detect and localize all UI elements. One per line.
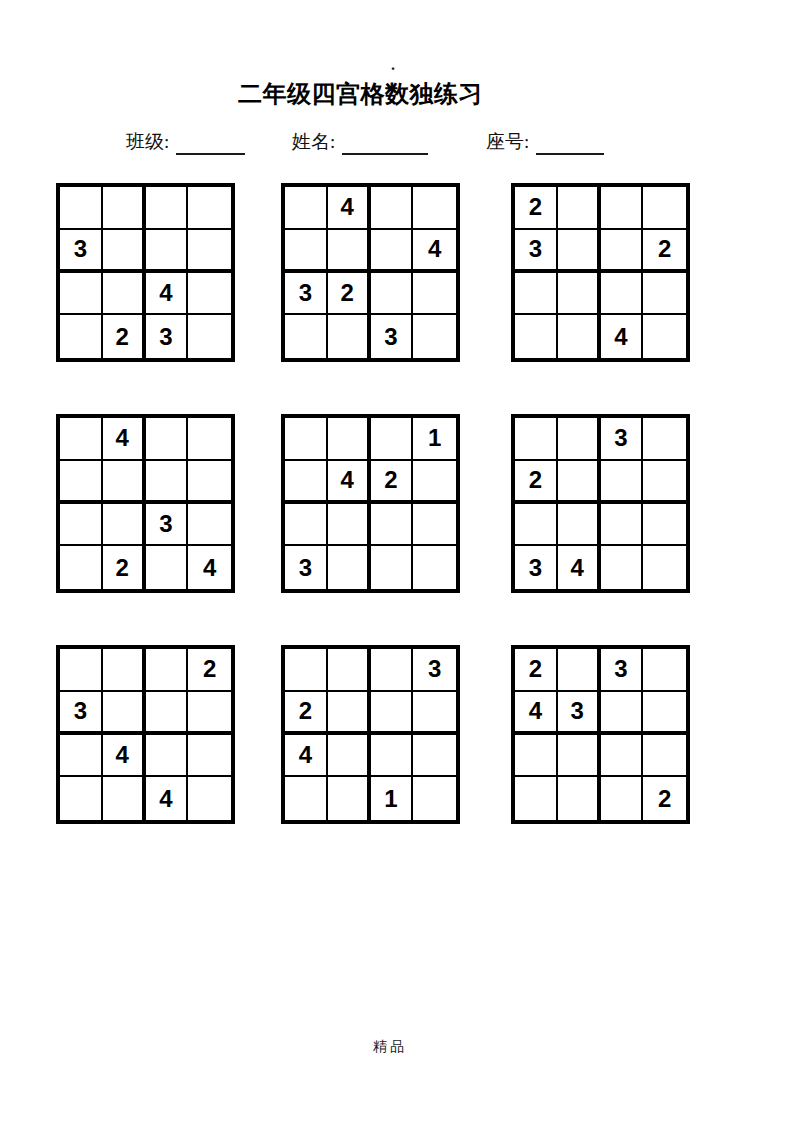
- cell-r4c1: [60, 315, 103, 358]
- cell-r4c2: [103, 777, 146, 820]
- seat-field-label: 座号:: [486, 129, 529, 155]
- cell-r4c4: 2: [643, 777, 686, 820]
- cell-r2c2: 3: [558, 692, 601, 735]
- cell-r3c2: 2: [328, 273, 371, 316]
- page-title: 二年级四宫格数独练习: [238, 78, 483, 110]
- cell-r1c1: [515, 418, 558, 461]
- cell-r3c4: [413, 273, 456, 316]
- cell-r3c3: [371, 273, 414, 316]
- cell-r4c3: 3: [146, 315, 189, 358]
- cell-r3c4: [643, 504, 686, 547]
- cell-r1c1: [60, 187, 103, 230]
- cell-r1c2: [328, 418, 371, 461]
- sudoku-grid-6: 3234: [511, 414, 690, 593]
- cell-r3c1: [60, 735, 103, 778]
- cell-r3c1: [285, 504, 328, 547]
- cell-r4c2: [328, 546, 371, 589]
- cell-r1c4: [643, 418, 686, 461]
- cell-r1c1: [60, 649, 103, 692]
- cell-r2c2: [103, 461, 146, 504]
- cell-r3c3: [601, 735, 644, 778]
- sudoku-grid-9: 23432: [511, 645, 690, 824]
- cell-r1c3: [601, 187, 644, 230]
- cell-r3c4: [643, 735, 686, 778]
- cell-r1c1: [285, 649, 328, 692]
- cell-r4c4: [643, 546, 686, 589]
- cell-r2c3: [601, 692, 644, 735]
- cell-r2c4: [188, 230, 231, 273]
- cell-r1c4: [188, 187, 231, 230]
- cell-r4c1: [60, 777, 103, 820]
- cell-r3c4: [413, 735, 456, 778]
- cell-r1c4: [188, 418, 231, 461]
- sudoku-grid-2: 44323: [281, 183, 460, 362]
- cell-r4c1: [60, 546, 103, 589]
- cell-r2c3: [371, 692, 414, 735]
- cell-r1c1: [285, 187, 328, 230]
- cell-r1c2: [328, 649, 371, 692]
- class-field: 班级:: [126, 129, 245, 155]
- cell-r2c3: [601, 461, 644, 504]
- cell-r2c4: [188, 692, 231, 735]
- cell-r2c2: [103, 692, 146, 735]
- stray-period-mark: .: [391, 60, 395, 70]
- cell-r1c2: [103, 187, 146, 230]
- cell-r4c2: 2: [103, 315, 146, 358]
- cell-r4c2: 4: [558, 546, 601, 589]
- cell-r1c3: 3: [601, 649, 644, 692]
- cell-r4c3: [146, 546, 189, 589]
- cell-r3c2: 4: [103, 735, 146, 778]
- cell-r1c1: [285, 418, 328, 461]
- cell-r3c3: [601, 273, 644, 316]
- cell-r3c2: [103, 273, 146, 316]
- cell-r2c3: [601, 230, 644, 273]
- cell-r4c2: [558, 315, 601, 358]
- seat-field-blank-line: [536, 137, 604, 155]
- cell-r4c3: 1: [371, 777, 414, 820]
- cell-r2c4: [643, 692, 686, 735]
- footer-watermark: 精品: [373, 1038, 407, 1056]
- cell-r2c2: [328, 230, 371, 273]
- name-field: 姓名:: [292, 129, 428, 155]
- cell-r3c1: [515, 735, 558, 778]
- cell-r4c1: [285, 315, 328, 358]
- sudoku-grid-5: 1423: [281, 414, 460, 593]
- cell-r2c3: [371, 230, 414, 273]
- cell-r3c1: 4: [285, 735, 328, 778]
- cell-r2c2: [558, 230, 601, 273]
- sudoku-grid-4: 4324: [56, 414, 235, 593]
- cell-r1c3: [146, 187, 189, 230]
- cell-r2c1: 3: [60, 230, 103, 273]
- cell-r1c3: [371, 187, 414, 230]
- cell-r3c3: [371, 735, 414, 778]
- cell-r1c4: 2: [188, 649, 231, 692]
- cell-r1c2: [558, 418, 601, 461]
- cell-r2c2: [103, 230, 146, 273]
- cell-r1c1: 2: [515, 187, 558, 230]
- cell-r1c4: 3: [413, 649, 456, 692]
- cell-r4c1: 3: [515, 546, 558, 589]
- cell-r3c1: 3: [285, 273, 328, 316]
- sudoku-grid-8: 3241: [281, 645, 460, 824]
- cell-r3c4: [643, 273, 686, 316]
- cell-r2c1: 2: [515, 461, 558, 504]
- cell-r1c3: [371, 649, 414, 692]
- cell-r2c4: 4: [413, 230, 456, 273]
- cell-r3c4: [413, 504, 456, 547]
- cell-r1c3: [146, 418, 189, 461]
- cell-r4c3: 4: [146, 777, 189, 820]
- cell-r4c3: 4: [601, 315, 644, 358]
- cell-r3c4: [188, 273, 231, 316]
- cell-r4c2: 2: [103, 546, 146, 589]
- cell-r4c4: [188, 315, 231, 358]
- cell-r4c4: [413, 546, 456, 589]
- cell-r1c1: [60, 418, 103, 461]
- cell-r4c1: [285, 777, 328, 820]
- cell-r2c1: 3: [60, 692, 103, 735]
- sudoku-grid-3: 2324: [511, 183, 690, 362]
- cell-r4c3: [371, 546, 414, 589]
- cell-r1c4: [413, 187, 456, 230]
- cell-r1c4: [643, 649, 686, 692]
- cell-r2c3: [146, 461, 189, 504]
- cell-r2c2: [558, 461, 601, 504]
- cell-r3c3: [146, 735, 189, 778]
- cell-r4c2: [558, 777, 601, 820]
- cell-r4c4: [413, 777, 456, 820]
- cell-r2c4: [413, 461, 456, 504]
- cell-r3c1: [515, 273, 558, 316]
- cell-r2c1: 2: [285, 692, 328, 735]
- cell-r4c3: [601, 546, 644, 589]
- cell-r2c1: [285, 461, 328, 504]
- cell-r2c1: 4: [515, 692, 558, 735]
- cell-r3c1: [60, 504, 103, 547]
- cell-r2c2: [328, 692, 371, 735]
- cell-r3c3: 4: [146, 273, 189, 316]
- cell-r4c1: 3: [285, 546, 328, 589]
- cell-r2c2: 4: [328, 461, 371, 504]
- cell-r4c1: [515, 315, 558, 358]
- cell-r2c4: 2: [643, 230, 686, 273]
- cell-r4c3: [601, 777, 644, 820]
- cell-r2c4: [643, 461, 686, 504]
- cell-r3c2: [328, 504, 371, 547]
- cell-r4c4: 4: [188, 546, 231, 589]
- cell-r2c4: [413, 692, 456, 735]
- cell-r4c4: [643, 315, 686, 358]
- sudoku-grid-1: 3423: [56, 183, 235, 362]
- cell-r2c4: [188, 461, 231, 504]
- worksheet-page: { "page": { "stray_dot": ".", "title": "…: [0, 0, 793, 1122]
- cell-r1c2: [558, 187, 601, 230]
- name-field-label: 姓名:: [292, 129, 335, 155]
- cell-r3c4: [188, 735, 231, 778]
- cell-r3c4: [188, 504, 231, 547]
- cell-r2c1: [60, 461, 103, 504]
- cell-r1c2: 4: [103, 418, 146, 461]
- cell-r3c3: [601, 504, 644, 547]
- name-field-blank-line: [342, 137, 428, 155]
- cell-r3c1: [515, 504, 558, 547]
- cell-r1c3: [371, 418, 414, 461]
- cell-r3c2: [558, 504, 601, 547]
- cell-r4c4: [413, 315, 456, 358]
- cell-r2c1: 3: [515, 230, 558, 273]
- sudoku-grid-7: 2344: [56, 645, 235, 824]
- cell-r1c4: [643, 187, 686, 230]
- cell-r4c2: [328, 315, 371, 358]
- cell-r2c3: [146, 692, 189, 735]
- cell-r1c4: 1: [413, 418, 456, 461]
- cell-r3c3: 3: [146, 504, 189, 547]
- cell-r3c2: [558, 735, 601, 778]
- cell-r4c1: [515, 777, 558, 820]
- cell-r3c3: [371, 504, 414, 547]
- cell-r3c2: [558, 273, 601, 316]
- cell-r1c1: 2: [515, 649, 558, 692]
- seat-field: 座号:: [486, 129, 604, 155]
- cell-r4c2: [328, 777, 371, 820]
- cell-r2c1: [285, 230, 328, 273]
- cell-r4c4: [188, 777, 231, 820]
- cell-r1c2: [558, 649, 601, 692]
- cell-r3c2: [103, 504, 146, 547]
- class-field-label: 班级:: [126, 129, 169, 155]
- cell-r2c3: 2: [371, 461, 414, 504]
- cell-r3c2: [328, 735, 371, 778]
- cell-r2c3: [146, 230, 189, 273]
- cell-r1c2: [103, 649, 146, 692]
- class-field-blank-line: [176, 137, 245, 155]
- cell-r1c3: [146, 649, 189, 692]
- cell-r1c2: 4: [328, 187, 371, 230]
- cell-r1c3: 3: [601, 418, 644, 461]
- cell-r4c3: 3: [371, 315, 414, 358]
- cell-r3c1: [60, 273, 103, 316]
